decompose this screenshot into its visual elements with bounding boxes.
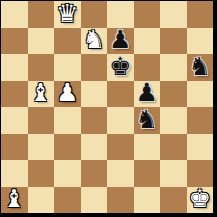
square-e7[interactable]: ♟ — [107, 28, 134, 55]
square-f2[interactable] — [134, 160, 161, 187]
square-c8[interactable]: ♛ — [54, 1, 81, 28]
square-g5[interactable] — [160, 81, 187, 108]
square-f7[interactable] — [134, 28, 161, 55]
square-f6[interactable] — [134, 54, 161, 81]
square-c4[interactable] — [54, 107, 81, 134]
square-b2[interactable] — [28, 160, 55, 187]
square-d1[interactable] — [81, 187, 108, 214]
white-king-h1: ♚ — [189, 186, 211, 211]
square-e5[interactable] — [107, 81, 134, 108]
square-g7[interactable] — [160, 28, 187, 55]
square-d6[interactable] — [81, 54, 108, 81]
square-g3[interactable] — [160, 134, 187, 161]
square-h7[interactable] — [187, 28, 214, 55]
square-h1[interactable]: ♚ — [187, 187, 214, 214]
black-pawn-e7: ♟ — [109, 27, 131, 52]
black-knight-f4: ♞ — [136, 107, 158, 132]
square-a4[interactable] — [1, 107, 28, 134]
square-b6[interactable] — [28, 54, 55, 81]
square-d8[interactable] — [81, 1, 108, 28]
square-b3[interactable] — [28, 134, 55, 161]
square-h2[interactable] — [187, 160, 214, 187]
square-d3[interactable] — [81, 134, 108, 161]
square-g4[interactable] — [160, 107, 187, 134]
square-c1[interactable] — [54, 187, 81, 214]
square-b7[interactable] — [28, 28, 55, 55]
square-f3[interactable] — [134, 134, 161, 161]
chess-board: ♛♞♟♚♞♝♟♟♞♝♚ — [1, 1, 213, 213]
square-e4[interactable] — [107, 107, 134, 134]
square-c2[interactable] — [54, 160, 81, 187]
square-g6[interactable] — [160, 54, 187, 81]
square-a1[interactable]: ♝ — [1, 187, 28, 214]
square-h8[interactable] — [187, 1, 214, 28]
black-pawn-f5: ♟ — [136, 80, 158, 105]
square-d7[interactable]: ♞ — [81, 28, 108, 55]
square-d2[interactable] — [81, 160, 108, 187]
square-e1[interactable] — [107, 187, 134, 214]
square-h5[interactable] — [187, 81, 214, 108]
white-knight-d7: ♞ — [83, 27, 105, 52]
square-h3[interactable] — [187, 134, 214, 161]
square-g8[interactable] — [160, 1, 187, 28]
square-c7[interactable] — [54, 28, 81, 55]
square-c3[interactable] — [54, 134, 81, 161]
square-c6[interactable] — [54, 54, 81, 81]
square-f5[interactable]: ♟ — [134, 81, 161, 108]
square-b4[interactable] — [28, 107, 55, 134]
black-king-e6: ♚ — [109, 54, 131, 79]
white-bishop-b5: ♝ — [30, 80, 52, 105]
square-e3[interactable] — [107, 134, 134, 161]
square-c5[interactable]: ♟ — [54, 81, 81, 108]
square-d5[interactable] — [81, 81, 108, 108]
black-knight-h6: ♞ — [189, 54, 211, 79]
white-pawn-c5: ♟ — [56, 80, 78, 105]
square-a5[interactable] — [1, 81, 28, 108]
square-e2[interactable] — [107, 160, 134, 187]
square-h4[interactable] — [187, 107, 214, 134]
square-e6[interactable]: ♚ — [107, 54, 134, 81]
white-queen-c8: ♛ — [56, 1, 78, 26]
square-a8[interactable] — [1, 1, 28, 28]
square-d4[interactable] — [81, 107, 108, 134]
square-a2[interactable] — [1, 160, 28, 187]
square-a7[interactable] — [1, 28, 28, 55]
square-b5[interactable]: ♝ — [28, 81, 55, 108]
square-h6[interactable]: ♞ — [187, 54, 214, 81]
chess-diagram: ♛♞♟♚♞♝♟♟♞♝♚ — [0, 0, 217, 217]
white-bishop-a1: ♝ — [3, 186, 25, 211]
square-g2[interactable] — [160, 160, 187, 187]
square-a6[interactable] — [1, 54, 28, 81]
square-e8[interactable] — [107, 1, 134, 28]
square-f8[interactable] — [134, 1, 161, 28]
square-b8[interactable] — [28, 1, 55, 28]
square-f1[interactable] — [134, 187, 161, 214]
square-a3[interactable] — [1, 134, 28, 161]
square-g1[interactable] — [160, 187, 187, 214]
square-f4[interactable]: ♞ — [134, 107, 161, 134]
square-b1[interactable] — [28, 187, 55, 214]
